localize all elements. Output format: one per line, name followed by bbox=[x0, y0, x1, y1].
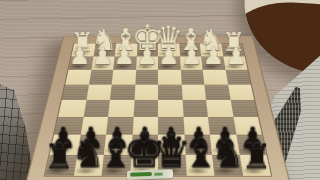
scene-chessboard-photo: ♜♞♝♚♛♝♞♜♟♟♟♟♟♟♟♟♟♟♟♟♟♟♟♟♜♞♝♚♛♝♞♜ bbox=[0, 0, 320, 180]
piece-white-pawn[interactable]: ♟ bbox=[92, 45, 113, 69]
square-e3[interactable] bbox=[135, 70, 158, 84]
square-a4[interactable] bbox=[228, 84, 255, 100]
square-a2[interactable]: ♟ bbox=[223, 56, 248, 70]
square-g4[interactable] bbox=[86, 84, 112, 100]
piece-white-pawn[interactable]: ♟ bbox=[69, 45, 90, 69]
square-b5[interactable] bbox=[206, 100, 233, 117]
square-e4[interactable] bbox=[134, 84, 158, 100]
square-f2[interactable]: ♟ bbox=[113, 56, 136, 70]
piece-white-pawn[interactable]: ♟ bbox=[225, 45, 246, 69]
square-c4[interactable] bbox=[181, 84, 206, 100]
square-d2[interactable]: ♟ bbox=[158, 56, 180, 70]
square-g2[interactable]: ♟ bbox=[91, 56, 115, 70]
piece-white-pawn[interactable]: ♟ bbox=[203, 45, 224, 69]
square-h5[interactable] bbox=[58, 100, 86, 117]
watermark-logo bbox=[127, 169, 173, 180]
square-b3[interactable] bbox=[203, 70, 228, 84]
square-c3[interactable] bbox=[180, 70, 204, 84]
piece-white-pawn[interactable]: ♟ bbox=[158, 45, 179, 69]
square-d5[interactable] bbox=[158, 100, 183, 117]
chess-board[interactable]: ♜♞♝♚♛♝♞♜♟♟♟♟♟♟♟♟♟♟♟♟♟♟♟♟♜♞♝♚♛♝♞♜ bbox=[24, 36, 293, 180]
square-a8[interactable]: ♜ bbox=[239, 154, 271, 175]
square-f4[interactable] bbox=[110, 84, 135, 100]
piece-black-knight[interactable]: ♞ bbox=[211, 135, 245, 173]
square-f5[interactable] bbox=[108, 100, 134, 117]
square-c5[interactable] bbox=[182, 100, 208, 117]
square-e5[interactable] bbox=[133, 100, 158, 117]
square-b8[interactable]: ♞ bbox=[212, 154, 243, 175]
square-g3[interactable] bbox=[88, 70, 113, 84]
watermark-mark bbox=[130, 172, 152, 177]
square-b2[interactable]: ♟ bbox=[201, 56, 225, 70]
square-c2[interactable]: ♟ bbox=[180, 56, 203, 70]
square-a3[interactable] bbox=[225, 70, 251, 84]
square-h3[interactable] bbox=[65, 70, 91, 84]
watermark-mark bbox=[154, 173, 163, 176]
piece-white-pawn[interactable]: ♟ bbox=[114, 45, 135, 69]
square-d4[interactable] bbox=[158, 84, 182, 100]
square-e2[interactable]: ♟ bbox=[136, 56, 158, 70]
square-h4[interactable] bbox=[62, 84, 89, 100]
square-g5[interactable] bbox=[83, 100, 110, 117]
square-a5[interactable] bbox=[230, 100, 258, 117]
piece-white-pawn[interactable]: ♟ bbox=[181, 45, 202, 69]
square-f3[interactable] bbox=[112, 70, 136, 84]
square-b4[interactable] bbox=[204, 84, 230, 100]
piece-white-pawn[interactable]: ♟ bbox=[136, 45, 157, 69]
piece-black-rook[interactable]: ♜ bbox=[241, 139, 272, 173]
square-h2[interactable]: ♟ bbox=[69, 56, 94, 70]
board-grid: ♜♞♝♚♛♝♞♜♟♟♟♟♟♟♟♟♟♟♟♟♟♟♟♟♜♞♝♚♛♝♞♜ bbox=[45, 44, 271, 176]
square-d3[interactable] bbox=[158, 70, 181, 84]
